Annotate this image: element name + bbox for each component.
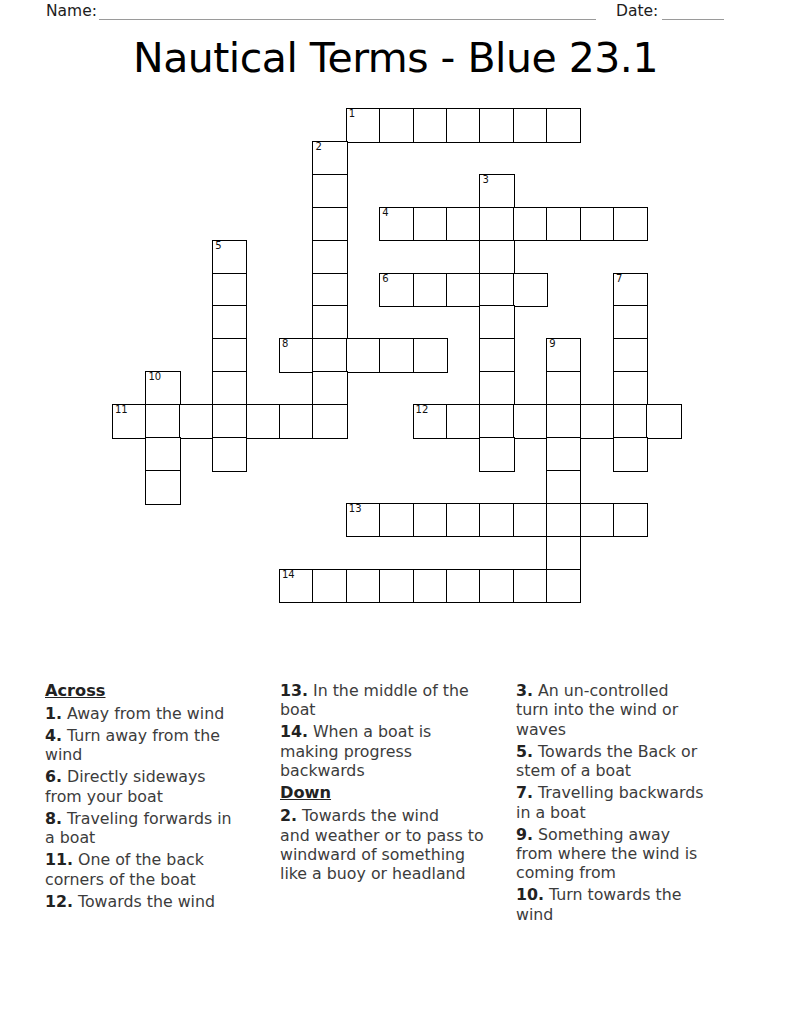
cell-r2c6[interactable] — [312, 174, 347, 209]
cell-r9c12[interactable] — [513, 404, 548, 439]
clue-across-6: 6.Directly sideways from your boat — [45, 767, 277, 806]
cell-r14c10[interactable] — [446, 569, 481, 604]
cell-r7c15[interactable] — [613, 338, 648, 373]
cell-r7c11[interactable] — [479, 338, 514, 373]
clue-number-4: 4 — [382, 207, 388, 219]
cell-r14c6[interactable] — [312, 569, 347, 604]
cell-r7c5[interactable]: 8 — [279, 338, 314, 373]
clue-number-7: 7 — [616, 273, 622, 285]
cell-r9c3[interactable] — [212, 404, 247, 439]
cell-r9c6[interactable] — [312, 404, 347, 439]
clue-down-9: 9.Something away from where the wind is … — [516, 825, 786, 883]
clue-number-3: 3 — [482, 174, 488, 186]
cell-r3c13[interactable] — [546, 207, 581, 242]
cell-r8c1[interactable]: 10 — [145, 371, 180, 406]
cell-r3c6[interactable] — [312, 207, 347, 242]
name-field[interactable] — [99, 19, 596, 20]
clue-across-11: 11.One of the back corners of the boat — [45, 850, 277, 889]
cell-r6c11[interactable] — [479, 305, 514, 340]
cell-r9c13[interactable] — [546, 404, 581, 439]
cell-r0c12[interactable] — [513, 108, 548, 143]
cell-r3c12[interactable] — [513, 207, 548, 242]
clue-across-14: 14.When a boat is making progress backwa… — [280, 722, 520, 780]
cell-r12c7[interactable]: 13 — [346, 503, 381, 538]
cell-r5c9[interactable] — [413, 273, 448, 308]
puzzle-title: Nautical Terms - Blue 23.1 — [0, 34, 791, 82]
cell-r1c6[interactable]: 2 — [312, 141, 347, 176]
cell-r7c7[interactable] — [346, 338, 381, 373]
cell-r9c11[interactable] — [479, 404, 514, 439]
clue-down-7: 7.Travelling backwards in a boat — [516, 783, 786, 822]
cell-r4c6[interactable] — [312, 240, 347, 275]
cell-r12c9[interactable] — [413, 503, 448, 538]
cell-r10c3[interactable] — [212, 437, 247, 472]
cell-r5c12[interactable] — [513, 273, 548, 308]
date-label: Date: — [616, 2, 658, 20]
cell-r10c1[interactable] — [145, 437, 180, 472]
clue-down-2: 2.Towards the wind and weather or to pas… — [280, 806, 520, 884]
cell-r12c13[interactable] — [546, 503, 581, 538]
cell-r10c15[interactable] — [613, 437, 648, 472]
cell-r8c13[interactable] — [546, 371, 581, 406]
cell-r10c13[interactable] — [546, 437, 581, 472]
cell-r3c8[interactable]: 4 — [379, 207, 414, 242]
cell-r3c11[interactable] — [479, 207, 514, 242]
cell-r14c5[interactable]: 14 — [279, 569, 314, 604]
clue-across-13: 13.In the middle of the boat — [280, 681, 520, 720]
cell-r5c6[interactable] — [312, 273, 347, 308]
cell-r7c13[interactable]: 9 — [546, 338, 581, 373]
clue-number-14: 14 — [282, 569, 295, 581]
cell-r5c3[interactable] — [212, 273, 247, 308]
cell-r9c4[interactable] — [246, 404, 281, 439]
cell-r8c11[interactable] — [479, 371, 514, 406]
across-header: Across — [45, 681, 277, 700]
cell-r3c9[interactable] — [413, 207, 448, 242]
cell-r0c7[interactable]: 1 — [346, 108, 381, 143]
clue-across-12: 12.Towards the wind — [45, 892, 277, 911]
cell-r0c10[interactable] — [446, 108, 481, 143]
cell-r12c11[interactable] — [479, 503, 514, 538]
cell-r7c8[interactable] — [379, 338, 414, 373]
name-label: Name: — [46, 2, 97, 20]
cell-r9c16[interactable] — [646, 404, 681, 439]
cell-r8c15[interactable] — [613, 371, 648, 406]
cell-r9c0[interactable]: 11 — [112, 404, 147, 439]
cell-r14c8[interactable] — [379, 569, 414, 604]
cell-r0c11[interactable] — [479, 108, 514, 143]
clue-number-9: 9 — [549, 338, 555, 350]
clues-column-3: 3.An un-controlled turn into the wind or… — [516, 681, 786, 927]
clue-down-5: 5.Towards the Back or stem of a boat — [516, 742, 786, 781]
cell-r11c13[interactable] — [546, 470, 581, 505]
cell-r11c1[interactable] — [145, 470, 180, 505]
clue-number-12: 12 — [416, 404, 429, 416]
cell-r2c11[interactable]: 3 — [479, 174, 514, 209]
cell-r14c7[interactable] — [346, 569, 381, 604]
cell-r14c13[interactable] — [546, 569, 581, 604]
cell-r9c15[interactable] — [613, 404, 648, 439]
clues-column-1: Across 1.Away from the wind 4.Turn away … — [45, 681, 277, 914]
cell-r8c6[interactable] — [312, 371, 347, 406]
cell-r4c3[interactable]: 5 — [212, 240, 247, 275]
crossword-grid: 1234567891011121314 — [112, 108, 682, 604]
cell-r8c3[interactable] — [212, 371, 247, 406]
cell-r14c12[interactable] — [513, 569, 548, 604]
clue-number-8: 8 — [282, 338, 288, 350]
cell-r7c3[interactable] — [212, 338, 247, 373]
clues-column-2: 13.In the middle of the boat 14.When a b… — [280, 681, 520, 886]
cell-r14c9[interactable] — [413, 569, 448, 604]
cell-r14c11[interactable] — [479, 569, 514, 604]
cell-r12c12[interactable] — [513, 503, 548, 538]
cell-r0c8[interactable] — [379, 108, 414, 143]
cell-r7c6[interactable] — [312, 338, 347, 373]
clue-across-4: 4.Turn away from the wind — [45, 726, 277, 765]
cell-r7c9[interactable] — [413, 338, 448, 373]
clue-number-5: 5 — [215, 240, 221, 252]
cell-r12c8[interactable] — [379, 503, 414, 538]
cell-r5c15[interactable]: 7 — [613, 273, 648, 308]
clue-number-11: 11 — [115, 404, 128, 416]
clue-number-1: 1 — [349, 108, 355, 120]
cell-r12c10[interactable] — [446, 503, 481, 538]
cell-r3c14[interactable] — [580, 207, 615, 242]
clue-number-10: 10 — [148, 371, 161, 383]
down-header: Down — [280, 783, 520, 802]
date-field[interactable] — [662, 19, 724, 20]
cell-r0c9[interactable] — [413, 108, 448, 143]
clue-down-10: 10.Turn towards the wind — [516, 885, 786, 924]
cell-r12c14[interactable] — [580, 503, 615, 538]
cell-r4c11[interactable] — [479, 240, 514, 275]
clue-down-3: 3.An un-controlled turn into the wind or… — [516, 681, 786, 739]
clue-number-6: 6 — [382, 273, 388, 285]
clue-number-2: 2 — [315, 141, 321, 153]
cell-r12c15[interactable] — [613, 503, 648, 538]
clue-across-8: 8.Traveling forwards in a boat — [45, 809, 277, 848]
cell-r9c10[interactable] — [446, 404, 481, 439]
cell-r9c14[interactable] — [580, 404, 615, 439]
cell-r3c15[interactable] — [613, 207, 648, 242]
cell-r5c8[interactable]: 6 — [379, 273, 414, 308]
clue-number-13: 13 — [349, 503, 362, 515]
cell-r6c3[interactable] — [212, 305, 247, 340]
cell-r13c13[interactable] — [546, 536, 581, 571]
cell-r5c11[interactable] — [479, 273, 514, 308]
cell-r5c10[interactable] — [446, 273, 481, 308]
cell-r10c11[interactable] — [479, 437, 514, 472]
clue-across-1: 1.Away from the wind — [45, 704, 277, 723]
cell-r9c1[interactable] — [145, 404, 180, 439]
cell-r0c13[interactable] — [546, 108, 581, 143]
cell-r9c5[interactable] — [279, 404, 314, 439]
cell-r9c9[interactable]: 12 — [413, 404, 448, 439]
cell-r9c2[interactable] — [179, 404, 214, 439]
cell-r6c6[interactable] — [312, 305, 347, 340]
cell-r3c10[interactable] — [446, 207, 481, 242]
cell-r6c15[interactable] — [613, 305, 648, 340]
